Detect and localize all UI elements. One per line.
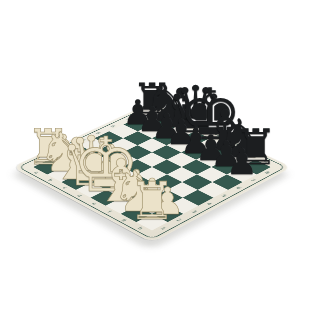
file-label-bottom-f: f <box>106 210 112 213</box>
vinyl-mat: aabbccddeeffgghh8877665544332211 <box>12 102 292 243</box>
rank-label-right-5: 5 <box>221 194 228 198</box>
rank-label-right-8: 8 <box>264 171 271 175</box>
rank-label-right-2: 2 <box>176 218 183 222</box>
file-label-bottom-a: a <box>33 171 40 174</box>
file-label-top-a: a <box>159 111 165 114</box>
file-label-bottom-h: h <box>137 226 144 230</box>
file-label-top-f: f <box>233 146 239 149</box>
file-label-top-b: b <box>173 118 180 121</box>
file-label-top-g: g <box>247 153 254 156</box>
rank-label-right-4: 4 <box>206 202 213 206</box>
rank-label-right-3: 3 <box>191 210 198 214</box>
file-label-top-c: c <box>188 125 194 128</box>
file-label-bottom-b: b <box>47 178 54 182</box>
file-label-bottom-c: c <box>61 186 68 189</box>
file-label-top-e: e <box>217 138 224 141</box>
file-label-bottom-e: e <box>91 202 98 206</box>
board-frame: aabbccddeeffgghh8877665544332211 <box>18 104 287 239</box>
chess-set-photo: aabbccddeeffgghh8877665544332211 ♜♞♝♛♚♝♞… <box>0 0 310 310</box>
file-label-top-h: h <box>263 160 270 163</box>
file-label-bottom-g: g <box>121 218 128 222</box>
file-label-top-d: d <box>202 132 209 135</box>
file-label-bottom-d: d <box>76 194 83 198</box>
rank-label-right-7: 7 <box>250 178 257 182</box>
rank-label-right-1: 1 <box>160 226 167 230</box>
rank-label-right-6: 6 <box>236 186 243 190</box>
board-grid <box>33 111 271 230</box>
chess-board: aabbccddeeffgghh8877665544332211 <box>12 102 292 243</box>
